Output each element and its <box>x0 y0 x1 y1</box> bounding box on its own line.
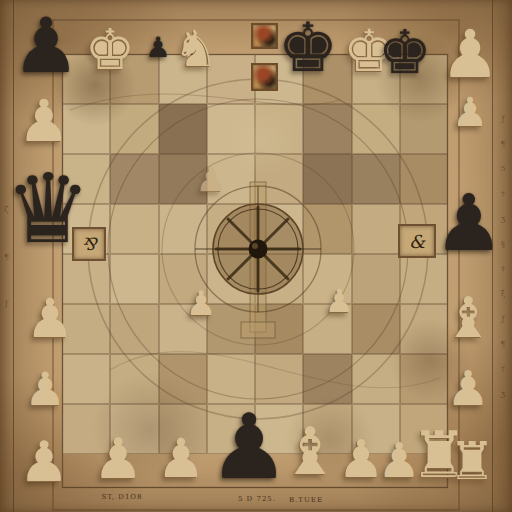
board-cell-e3[interactable] <box>255 304 303 354</box>
dark-pawn[interactable]: ♟ <box>209 402 290 492</box>
board-cell-g7[interactable] <box>352 104 400 154</box>
margin-scribble: ʒ <box>501 389 506 398</box>
margin-scribble: ƒ <box>5 299 8 308</box>
board-cell-e7[interactable] <box>255 104 303 154</box>
dark-king[interactable]: ♚ <box>378 22 432 82</box>
board-cell-b5[interactable] <box>110 204 158 254</box>
board-cell-c2[interactable] <box>159 354 207 404</box>
margin-scribble: ξ <box>501 289 505 298</box>
calligraphic-mark-tile-right: & <box>398 224 436 258</box>
board-cell-g6[interactable] <box>352 154 400 204</box>
board-cell-h7[interactable] <box>400 104 448 154</box>
board-cell-b4[interactable] <box>110 254 158 304</box>
caption-right: B.TUEE <box>289 496 323 504</box>
light-pawn[interactable]: ♟ <box>186 286 216 320</box>
light-knight[interactable]: ♞ <box>174 24 219 74</box>
light-pawn[interactable]: ♟ <box>196 162 226 196</box>
board-cell-f5[interactable] <box>303 204 351 254</box>
light-pawn[interactable]: ♟ <box>18 92 70 150</box>
margin-scribble: † <box>501 364 505 373</box>
dark-king[interactable]: ♚ <box>278 14 339 82</box>
board-cell-d7[interactable] <box>207 104 255 154</box>
antique-chess-board-scene: ζ¶ƒ ƒ¶5†ʒ§‡ξƒ¶†ʒ <box>0 0 512 512</box>
light-pawn[interactable]: ♟ <box>24 366 65 412</box>
board-cell-g5[interactable] <box>352 204 400 254</box>
board-cell-e6[interactable] <box>255 154 303 204</box>
light-pawn[interactable]: ♟ <box>440 22 499 88</box>
board-cell-b2[interactable] <box>110 354 158 404</box>
light-pawn[interactable]: ♟ <box>19 434 69 490</box>
light-pawn[interactable]: ♟ <box>452 92 488 132</box>
dark-pawn[interactable]: ♟ <box>145 34 170 62</box>
margin-scribble: ¶ <box>500 139 505 148</box>
board-cell-h3[interactable] <box>400 304 448 354</box>
board-cell-c5[interactable] <box>159 204 207 254</box>
board-cell-f7[interactable] <box>303 104 351 154</box>
light-king[interactable]: ♚ <box>85 22 135 78</box>
light-pawn[interactable]: ♟ <box>325 285 354 317</box>
light-pawn[interactable]: ♟ <box>377 436 420 484</box>
light-bishop[interactable]: ♝ <box>280 419 339 485</box>
board-cell-h2[interactable] <box>400 354 448 404</box>
caption-left: ST, D1O8 <box>101 493 142 501</box>
light-pawn[interactable]: ♟ <box>93 431 143 487</box>
board-cell-e5[interactable] <box>255 204 303 254</box>
board-cell-d5[interactable] <box>207 204 255 254</box>
board-cell-f6[interactable] <box>303 154 351 204</box>
margin-scribble: ƒ <box>502 314 505 323</box>
dark-pawn[interactable]: ♟ <box>12 8 80 84</box>
dark-queen[interactable]: ♛ <box>5 161 91 257</box>
board-cell-g4[interactable] <box>352 254 400 304</box>
board-cell-f2[interactable] <box>303 354 351 404</box>
board-cell-a2[interactable] <box>62 354 110 404</box>
board-cell-b7[interactable] <box>110 104 158 154</box>
margin-scribble: ¶ <box>500 339 505 348</box>
light-pawn[interactable]: ♟ <box>26 292 74 346</box>
margin-scribble: 5 <box>500 164 505 173</box>
light-pawn[interactable]: ♟ <box>157 432 205 486</box>
board-cell-c7[interactable] <box>159 104 207 154</box>
calligraphic-glyph: & <box>409 231 425 252</box>
emblem-seal-tile-top <box>251 23 278 49</box>
board-cell-b6[interactable] <box>110 154 158 204</box>
board-cell-g3[interactable] <box>352 304 400 354</box>
board-cell-b3[interactable] <box>110 304 158 354</box>
light-bishop[interactable]: ♝ <box>443 290 493 346</box>
board-cell-e4[interactable] <box>255 254 303 304</box>
emblem-seal-tile-bottom <box>251 63 278 91</box>
dark-pawn[interactable]: ♟ <box>434 184 504 262</box>
margin-scribble: ƒ <box>502 114 505 123</box>
light-pawn[interactable]: ♟ <box>446 364 489 412</box>
board-cell-g2[interactable] <box>352 354 400 404</box>
light-rook[interactable]: ♜ <box>449 435 496 487</box>
